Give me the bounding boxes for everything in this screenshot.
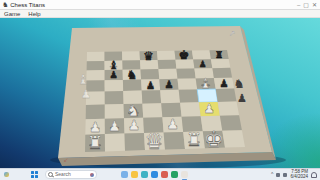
- piece-white-bishop-g5[interactable]: ♝: [200, 75, 212, 91]
- square-b3[interactable]: [105, 104, 124, 119]
- edge-browser-icon[interactable]: [141, 171, 148, 178]
- close-button[interactable]: ✕: [312, 2, 317, 8]
- captured-white-B: ♝: [77, 72, 89, 87]
- rotate-view-arrow-icon[interactable]: ↗: [229, 29, 236, 38]
- square-h1[interactable]: [222, 130, 245, 147]
- square-d4[interactable]: [142, 90, 162, 104]
- chess-board-scene: ↗↙♛♚♜♝♟♟♞♟♟♝♟♞♟♟♟♟♟♜♛♜♚♝♟♞♟: [0, 0, 320, 180]
- piece-black-pawn-h5[interactable]: ♟: [219, 77, 229, 89]
- square-b1[interactable]: [105, 134, 125, 152]
- square-b5[interactable]: [105, 80, 124, 92]
- piece-white-queen-d1[interactable]: ♛: [145, 129, 165, 154]
- store-icon[interactable]: [151, 171, 158, 178]
- search-placeholder: Search: [55, 172, 71, 177]
- square-f5[interactable]: [178, 79, 198, 90]
- app-icon: ♞: [2, 1, 8, 8]
- menu-game[interactable]: Game: [4, 11, 20, 17]
- captured-white-P: ♟: [81, 87, 91, 101]
- square-e7[interactable]: [158, 60, 177, 69]
- minimize-button[interactable]: –: [297, 2, 300, 8]
- square-e4[interactable]: [160, 90, 180, 103]
- square-d3[interactable]: [142, 103, 162, 118]
- chess-titans-icon[interactable]: [181, 171, 188, 178]
- menu-help[interactable]: Help: [28, 11, 40, 17]
- widgets-icon[interactable]: [4, 172, 9, 177]
- piece-white-king-g1[interactable]: ♚: [204, 126, 224, 152]
- square-c1[interactable]: [125, 133, 146, 151]
- piece-black-pawn-b6[interactable]: ♟: [109, 69, 118, 80]
- square-a3[interactable]: [86, 105, 105, 120]
- start-button[interactable]: [31, 171, 38, 178]
- office-icon[interactable]: [171, 171, 178, 178]
- square-f4[interactable]: [179, 89, 199, 102]
- piece-white-pawn-b2[interactable]: ♟: [108, 118, 120, 134]
- volume-icon[interactable]: [283, 173, 287, 177]
- network-icon[interactable]: [276, 173, 280, 177]
- square-e1[interactable]: [164, 132, 185, 150]
- square-e8[interactable]: [157, 51, 176, 60]
- piece-black-rook-h8[interactable]: ♜: [215, 49, 224, 60]
- photos-icon[interactable]: [161, 171, 168, 178]
- piece-white-rook-a1[interactable]: ♜: [87, 132, 103, 153]
- piece-white-rook-f1[interactable]: ♜: [186, 129, 202, 150]
- piece-black-king-f8[interactable]: ♚: [178, 48, 189, 62]
- piece-black-pawn-e5[interactable]: ♟: [164, 78, 174, 90]
- square-a6[interactable]: [86, 70, 104, 81]
- tray-date: 6/4/2024: [290, 175, 308, 180]
- menu-bar: Game Help: [0, 10, 320, 18]
- search-icon: [48, 172, 53, 177]
- piece-white-pawn-g3[interactable]: ♟: [204, 101, 215, 116]
- piece-black-queen-d8[interactable]: ♛: [143, 49, 153, 63]
- rotate-view-arrow2-icon[interactable]: ↙: [63, 156, 68, 163]
- file-explorer-icon[interactable]: [131, 171, 138, 178]
- piece-black-pawn-g7[interactable]: ♟: [199, 59, 207, 69]
- search-input[interactable]: Search: [45, 170, 97, 179]
- square-a7[interactable]: [87, 61, 105, 71]
- square-a8[interactable]: [87, 52, 105, 61]
- hidden-icons-chevron[interactable]: ^: [271, 172, 273, 177]
- title-bar: ♞ Chess Titans – ▢ ✕: [0, 0, 320, 10]
- square-h7[interactable]: [211, 59, 230, 68]
- piece-white-pawn-c2[interactable]: ♟: [128, 117, 140, 133]
- bing-icon: [90, 173, 94, 177]
- tray-clock[interactable]: 7:58 PM 6/4/2024: [290, 170, 308, 179]
- captured-black-n: ♞: [234, 77, 245, 91]
- square-e3[interactable]: [161, 103, 181, 118]
- taskbar: Search ^ 7:58 PM 6/4/2024: [0, 168, 320, 180]
- maximize-button[interactable]: ▢: [303, 2, 309, 8]
- square-c8[interactable]: [122, 51, 140, 60]
- piece-white-pawn-e2[interactable]: ♟: [166, 116, 178, 132]
- square-b4[interactable]: [105, 91, 124, 105]
- task-view-icon[interactable]: [121, 171, 128, 178]
- piece-black-pawn-d5[interactable]: ♟: [146, 79, 156, 91]
- window-title: Chess Titans: [10, 2, 45, 8]
- notification-bell-icon[interactable]: [311, 172, 317, 178]
- square-f3[interactable]: [180, 102, 201, 117]
- captured-black-p: ♟: [237, 92, 247, 105]
- piece-black-knight-c6[interactable]: ♞: [126, 68, 137, 82]
- square-f6[interactable]: [176, 69, 195, 79]
- square-h3[interactable]: [218, 101, 239, 115]
